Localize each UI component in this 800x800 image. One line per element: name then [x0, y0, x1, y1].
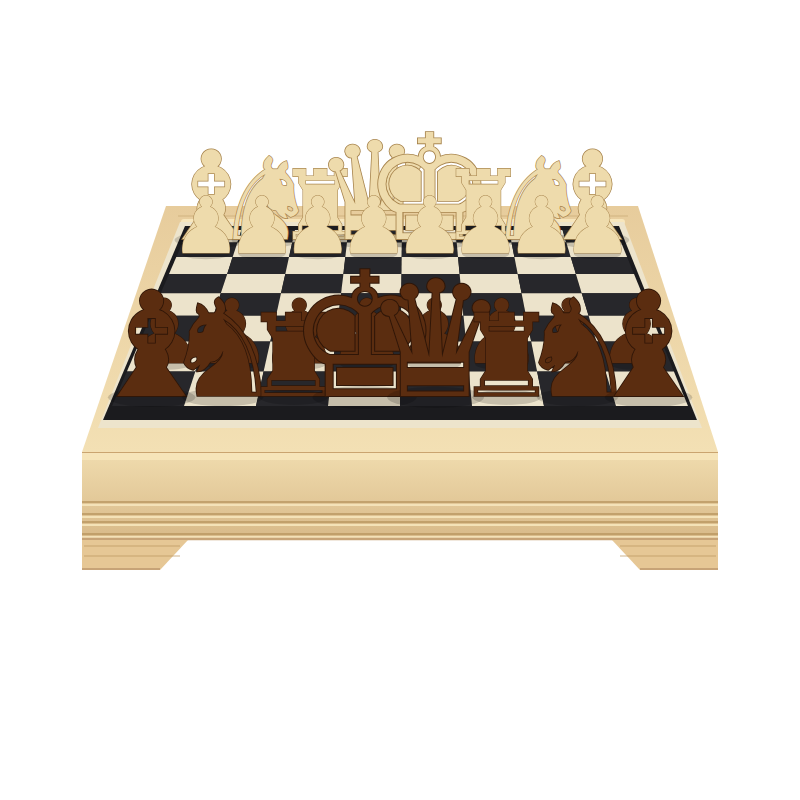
box-foot-left — [82, 540, 188, 570]
dark-bishop[interactable]: ♝ — [583, 261, 714, 430]
box-front-bevel — [82, 452, 718, 460]
light-pawn[interactable]: ♟ — [562, 180, 633, 272]
chess-board-scene: ♝♞♜♛♚♜♞♝♟♟♟♟♟♟♟♟♟♟♟♟♟♟♟♟♝♞♜♚♛♜♞♝ — [0, 0, 800, 800]
product-photo-scene: ♝♞♜♛♚♜♞♝♟♟♟♟♟♟♟♟♟♟♟♟♟♟♟♟♝♞♜♚♛♜♞♝ — [0, 0, 800, 800]
box-foot-right — [612, 540, 718, 570]
box-front-face — [82, 452, 718, 540]
